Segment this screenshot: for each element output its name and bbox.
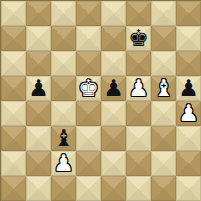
square-f4[interactable] [126, 101, 151, 126]
square-d1[interactable] [76, 176, 101, 201]
square-e8[interactable] [101, 1, 126, 26]
square-e7[interactable] [101, 26, 126, 51]
square-h2[interactable] [176, 151, 201, 176]
square-b1[interactable] [26, 176, 51, 201]
square-h3[interactable] [176, 126, 201, 151]
white-pawn-piece[interactable]: ♟ [53, 151, 74, 176]
square-g7[interactable] [151, 26, 176, 51]
square-b4[interactable] [26, 101, 51, 126]
square-g5[interactable]: ♝ [151, 76, 176, 101]
square-g1[interactable] [151, 176, 176, 201]
square-g3[interactable] [151, 126, 176, 151]
square-h5[interactable]: ♟ [176, 76, 201, 101]
square-g8[interactable] [151, 1, 176, 26]
square-c8[interactable] [51, 1, 76, 26]
square-f1[interactable] [126, 176, 151, 201]
square-b6[interactable] [26, 51, 51, 76]
white-king-piece[interactable]: ♚ [78, 76, 99, 101]
square-f7[interactable]: ♚ [126, 26, 151, 51]
square-g2[interactable] [151, 151, 176, 176]
square-g6[interactable] [151, 51, 176, 76]
square-f6[interactable] [126, 51, 151, 76]
square-d5[interactable]: ♚ [76, 76, 101, 101]
square-a1[interactable] [1, 176, 26, 201]
square-d3[interactable] [76, 126, 101, 151]
square-a6[interactable] [1, 51, 26, 76]
white-bishop-piece[interactable]: ♝ [153, 76, 174, 101]
square-e1[interactable] [101, 176, 126, 201]
square-e3[interactable] [101, 126, 126, 151]
square-h8[interactable] [176, 1, 201, 26]
square-h6[interactable] [176, 51, 201, 76]
square-b8[interactable] [26, 1, 51, 26]
square-a4[interactable] [1, 101, 26, 126]
black-pawn-piece[interactable]: ♟ [28, 76, 49, 101]
square-c2[interactable]: ♟ [51, 151, 76, 176]
square-h1[interactable] [176, 176, 201, 201]
black-king-piece[interactable]: ♚ [128, 26, 149, 51]
square-h4[interactable]: ♟ [176, 101, 201, 126]
square-a3[interactable] [1, 126, 26, 151]
square-d6[interactable] [76, 51, 101, 76]
square-b7[interactable] [26, 26, 51, 51]
chess-board: ♚♟♚♟♟♝♟♟♝♟ [0, 0, 201, 201]
square-a5[interactable] [1, 76, 26, 101]
square-e4[interactable] [101, 101, 126, 126]
square-a8[interactable] [1, 1, 26, 26]
square-c4[interactable] [51, 101, 76, 126]
black-pawn-piece[interactable]: ♟ [178, 76, 199, 101]
square-b3[interactable] [26, 126, 51, 151]
square-b2[interactable] [26, 151, 51, 176]
square-f2[interactable] [126, 151, 151, 176]
square-d7[interactable] [76, 26, 101, 51]
square-d4[interactable] [76, 101, 101, 126]
square-e6[interactable] [101, 51, 126, 76]
square-f8[interactable] [126, 1, 151, 26]
square-d8[interactable] [76, 1, 101, 26]
square-e2[interactable] [101, 151, 126, 176]
square-c5[interactable] [51, 76, 76, 101]
black-pawn-piece[interactable]: ♟ [103, 76, 124, 101]
black-bishop-piece[interactable]: ♝ [53, 126, 74, 151]
white-pawn-piece[interactable]: ♟ [178, 101, 199, 126]
white-pawn-piece[interactable]: ♟ [128, 76, 149, 101]
square-h7[interactable] [176, 26, 201, 51]
square-c3[interactable]: ♝ [51, 126, 76, 151]
square-e5[interactable]: ♟ [101, 76, 126, 101]
square-a2[interactable] [1, 151, 26, 176]
square-f5[interactable]: ♟ [126, 76, 151, 101]
square-f3[interactable] [126, 126, 151, 151]
square-c1[interactable] [51, 176, 76, 201]
square-a7[interactable] [1, 26, 26, 51]
square-c6[interactable] [51, 51, 76, 76]
square-c7[interactable] [51, 26, 76, 51]
square-b5[interactable]: ♟ [26, 76, 51, 101]
square-d2[interactable] [76, 151, 101, 176]
square-g4[interactable] [151, 101, 176, 126]
